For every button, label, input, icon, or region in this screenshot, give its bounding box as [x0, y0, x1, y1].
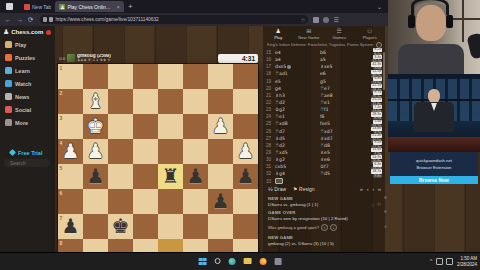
url-bar[interactable]: https://www.chess.com/game/live/10371114…: [40, 15, 308, 24]
black-move[interactable]: ♖xd7: [320, 129, 358, 134]
white-move[interactable]: ♖d2: [275, 143, 320, 148]
piece-white-h4[interactable]: ♟: [62, 139, 80, 164]
square-f6[interactable]: [108, 189, 133, 214]
sidebar-item-puzzles[interactable]: Puzzles: [0, 51, 55, 64]
game-panel: ♟Play⊞New Game☰Games⚇Players King's Indi…: [263, 26, 385, 252]
square-g1[interactable]: [83, 64, 108, 89]
move-time-chip: 9.8s: [373, 174, 382, 178]
black-move[interactable]: ♗xd7: [320, 136, 358, 141]
black-move[interactable]: ♖ae8: [320, 93, 358, 98]
screen: New Tab ♟ Play Chess Online for FREE wit…: [0, 0, 480, 270]
chesscom-logo-icon: ♟: [3, 28, 9, 36]
square-a6[interactable]: [233, 189, 258, 214]
square-e1[interactable]: [133, 64, 158, 89]
first-move-button[interactable]: «: [360, 186, 363, 192]
news-icon: [5, 93, 12, 100]
start-button-icon[interactable]: [199, 258, 207, 266]
games-tab-icon: ☰: [337, 28, 342, 34]
taskbar-date: 2/28/2024: [457, 262, 477, 268]
streamer-torso: [398, 44, 464, 74]
square-c5[interactable]: ♟: [183, 164, 208, 189]
move-row: 16a4a53.4s12.7s: [266, 56, 382, 63]
square-b5[interactable]: [208, 164, 233, 189]
black-move[interactable]: ♖e1: [320, 100, 358, 105]
search-input[interactable]: [4, 159, 50, 167]
sidebar-item-learn[interactable]: Learn: [0, 64, 55, 77]
square-g2[interactable]: ♝: [83, 89, 108, 114]
move-number: 29: [266, 150, 275, 155]
white-move[interactable]: ♖ad1: [275, 71, 320, 76]
new-game-header: NEW GAME: [268, 196, 293, 201]
square-c3[interactable]: [183, 114, 208, 139]
tab-label: Play Chess Online for FREE with...: [67, 4, 113, 10]
white-move[interactable]: ♗g4: [275, 171, 320, 176]
square-d5[interactable]: ♜: [158, 164, 183, 189]
piece-black-h7[interactable]: ♟: [62, 214, 80, 239]
square-c6[interactable]: [183, 189, 208, 214]
square-d3[interactable]: [158, 114, 183, 139]
avatar[interactable]: [67, 54, 75, 62]
square-e3[interactable]: [133, 114, 158, 139]
forward-icon[interactable]: →: [17, 16, 24, 23]
black-move[interactable]: ♖e7: [320, 86, 358, 91]
white-move[interactable]: e5: [275, 79, 320, 84]
rank-label: 6: [60, 190, 63, 196]
thumbs-down-icon[interactable]: ⇩: [330, 224, 337, 231]
draw-button[interactable]: ½ Draw: [268, 186, 286, 192]
square-f3[interactable]: [108, 114, 133, 139]
black-move[interactable]: ♗e5: [320, 150, 358, 155]
white-move[interactable]: ♖d2: [275, 100, 320, 105]
sidebar-item-label: Watch: [15, 81, 31, 87]
shield-icon[interactable]: [43, 17, 47, 22]
edge-icon[interactable]: [228, 258, 235, 265]
sidebar-item-watch[interactable]: Watch: [0, 77, 55, 90]
puzzle-icon: [5, 54, 12, 61]
sidebar-item-label: Social: [15, 107, 31, 113]
sidebar-item-free-trial[interactable]: Free Trial: [5, 146, 42, 159]
move-row: 29♖xd5♗e511.6s7.2s: [266, 149, 382, 156]
panel-tabs: ♟Play⊞New Game☰Games⚇Players: [263, 28, 385, 41]
more-icon: [5, 119, 12, 126]
white-clock: 4:31: [218, 54, 258, 63]
move-row: 23♔g2♖f17.4s19.6s: [266, 106, 382, 113]
move-row: 18♖ad1e612.5s30.2s: [266, 70, 382, 77]
move-number: 16: [266, 57, 275, 62]
sidebar-item-label: Free Trial: [18, 150, 42, 156]
ad-panel: quickpawndash.net Browser Extension: [390, 152, 478, 176]
black-move[interactable]: a5: [320, 57, 358, 62]
move-number: 32: [266, 171, 275, 176]
game-over-line: DSarru won by resignation (10 | 2 Rated): [268, 216, 348, 221]
move-classification-icon: [287, 65, 291, 69]
back-icon[interactable]: ←: [5, 16, 12, 23]
move-list: 15e4b68.2s6.1s16a4a53.4s12.7s17dxe5♗xe54…: [266, 49, 382, 185]
black-move[interactable]: ♖f1: [320, 107, 358, 112]
tab-label: New Tab: [32, 4, 51, 10]
sidebar-item-play[interactable]: Play: [0, 38, 55, 51]
move-row: 24♖e1f628.3s8.9s: [266, 113, 382, 120]
white-move[interactable]: ♖e1: [275, 114, 320, 119]
sidebar-item-social[interactable]: Social: [0, 103, 55, 116]
rank-label: 7: [60, 215, 63, 221]
move-row: 27♗d5♗xd721.4s10.5s: [266, 135, 382, 142]
black-move[interactable]: b6: [320, 50, 358, 55]
good-sport-row: Was gmkoug a good sport? ⇧ ⇩: [268, 224, 337, 231]
square-g4[interactable]: ♟: [83, 139, 108, 164]
move-row: 28♖d2♖d89.1s17.3s: [266, 142, 382, 149]
move-number: 28: [266, 143, 275, 148]
square-g7[interactable]: [83, 214, 108, 239]
headphone-cup: [408, 15, 415, 28]
square-c4[interactable]: [183, 139, 208, 164]
game-controls: ½ Draw ⚑ Resign « ‹ › »: [268, 186, 381, 192]
download-icon[interactable]: ↓: [372, 202, 374, 207]
move-number: 18: [266, 71, 275, 76]
tray-expand-icon[interactable]: ^: [430, 259, 432, 264]
last-move-button[interactable]: »: [378, 186, 381, 192]
bookmark-star-icon[interactable]: ☆: [301, 17, 306, 23]
black-move[interactable]: ♖d5: [320, 171, 358, 176]
streamer-webcam-video: [388, 0, 480, 74]
prev-move-button[interactable]: ‹: [367, 186, 369, 192]
next-move-button[interactable]: ›: [372, 186, 374, 192]
square-h2[interactable]: 2: [58, 89, 83, 114]
reaction-dot-icon: [384, 210, 387, 213]
new-game-tab-icon: ⊞: [306, 28, 311, 34]
square-f5[interactable]: [108, 164, 133, 189]
white-move[interactable]: [275, 178, 320, 185]
move-row: 32♗g4♖d518.7s9.8s: [266, 170, 382, 177]
move-number: 27: [266, 136, 275, 141]
piece-black-c5[interactable]: ♟: [187, 164, 205, 189]
white-move[interactable]: ♔g2: [275, 107, 320, 112]
browser-tab-inactive[interactable]: New Tab: [20, 1, 55, 12]
notification-badge: [46, 30, 51, 35]
piece-white-b3[interactable]: ♟: [212, 114, 230, 139]
piece-white-a4[interactable]: ♟: [237, 139, 255, 164]
square-d1[interactable]: [158, 64, 183, 89]
panel-tab-play[interactable]: ♟Play: [263, 28, 294, 41]
overlay-reactions: 0: [384, 196, 387, 229]
draw-label: Draw: [274, 186, 286, 192]
move-number: 20: [266, 86, 275, 91]
white-move[interactable]: g4: [275, 86, 320, 91]
panel-tab-players[interactable]: ⚇Players: [355, 28, 386, 41]
move-row: 20g4♖e722.1s18.4s: [266, 85, 382, 92]
move-row: 15e4b68.2s6.1s: [266, 49, 382, 56]
white-move[interactable]: ♗g2: [275, 157, 320, 162]
square-h6[interactable]: 6: [58, 189, 83, 214]
volume-icon[interactable]: [446, 258, 453, 265]
microphone-icon: [466, 32, 480, 59]
secondary-video: [388, 74, 480, 152]
url-text[interactable]: https://www.chess.com/game/live/10371114…: [55, 17, 298, 22]
taskbar-icons: [199, 258, 282, 266]
piece-white-g4[interactable]: ♟: [87, 139, 105, 164]
piece-white-g2[interactable]: ♝: [87, 89, 105, 114]
playback-controls: « ‹ › »: [360, 186, 381, 192]
square-d6[interactable]: [158, 189, 183, 214]
panel-tab-games[interactable]: ☰Games: [324, 28, 355, 41]
tab-close-icon[interactable]: ×: [116, 4, 120, 10]
black-move[interactable]: f6: [320, 114, 358, 119]
ad-browse-button[interactable]: Browse Now: [390, 176, 478, 184]
good-sport-question: Was gmkoug a good sport?: [268, 225, 319, 230]
square-g3[interactable]: ♚: [83, 114, 108, 139]
rank-label: 4: [60, 140, 63, 146]
resign-label: Resign: [299, 186, 315, 192]
square-b4[interactable]: [208, 139, 233, 164]
firefox-icon[interactable]: [259, 258, 266, 265]
reaction-dot-icon: [384, 196, 387, 199]
move-row: 21♗h3♖ae89.7s25.3s: [266, 92, 382, 99]
square-d4[interactable]: [158, 139, 183, 164]
sidebar-nav: PlayPuzzlesLearnWatchNewsSocialMore: [0, 38, 55, 129]
match-score: 0.0: [58, 56, 65, 61]
sidebar-item-label: More: [15, 120, 28, 126]
lock-icon: [49, 17, 53, 22]
chesscom-logo[interactable]: ♟ Chess.com: [3, 28, 51, 36]
square-a3[interactable]: [233, 114, 258, 139]
taskbar: ^ 1:50 AM 2/28/2024: [0, 252, 480, 270]
draw-half-icon: ½: [268, 186, 273, 192]
new-game-line[interactable]: DSarru vs. gmkoug (1 | 1): [268, 202, 318, 207]
square-h4[interactable]: ♟4: [58, 139, 83, 164]
black-move[interactable]: ♔f7: [320, 164, 358, 169]
square-h7[interactable]: ♟7: [58, 214, 83, 239]
square-a5[interactable]: ♟: [233, 164, 258, 189]
profile-avatar-icon[interactable]: [323, 17, 329, 23]
move-number: 17: [266, 64, 275, 69]
move-row: 25♖xd8fxe55.6s16.2s: [266, 120, 382, 127]
square-b2[interactable]: [208, 89, 233, 114]
file-explorer-icon[interactable]: [243, 258, 251, 264]
move-number: 21: [266, 93, 275, 98]
guest-face: [428, 89, 440, 103]
square-g5[interactable]: ♟: [83, 164, 108, 189]
square-c7[interactable]: [183, 214, 208, 239]
square-b6[interactable]: ♟: [208, 189, 233, 214]
rank-label: 3: [60, 115, 63, 121]
black-move[interactable]: ♖d8: [320, 143, 358, 148]
desk: [388, 137, 480, 152]
menu-icon[interactable]: ☰: [333, 16, 338, 23]
new-tab-button[interactable]: +: [128, 2, 133, 11]
square-e6[interactable]: [133, 189, 158, 214]
black-move[interactable]: g5: [320, 79, 358, 84]
next-game-line[interactable]: gmkoug (2) vs. DSarru (3) (10 | 5): [268, 241, 334, 246]
system-tray: ^ 1:50 AM 2/28/2024: [430, 256, 477, 267]
game-end-icon: [275, 178, 283, 185]
sidebar-item-label: Play: [15, 42, 26, 48]
move-row: 19e5g56.8s14.6s: [266, 78, 382, 85]
move-number: 22: [266, 100, 275, 105]
app-icon[interactable]: [274, 258, 281, 265]
square-b1[interactable]: [208, 64, 233, 89]
piece-black-a5[interactable]: ♟: [237, 164, 255, 189]
sidebar-item-label: Learn: [15, 68, 30, 74]
social-icon: [5, 106, 12, 113]
new-game-icons: ↓ ⚐: [372, 202, 381, 207]
panel-tab-new-game[interactable]: ⊞New Game: [294, 28, 325, 41]
piece-black-f7[interactable]: ♚: [112, 214, 130, 239]
square-e7[interactable]: [133, 214, 158, 239]
panel-scrollbar[interactable]: [383, 52, 385, 90]
square-a7[interactable]: [233, 214, 258, 239]
piece-white-g3[interactable]: ♚: [87, 114, 105, 139]
square-e4[interactable]: [133, 139, 158, 164]
move-times: 18.7s9.8s: [371, 169, 382, 178]
panel-tab-label: New Game: [298, 35, 319, 40]
square-g6[interactable]: [83, 189, 108, 214]
ad-site-name: quickpawndash.net: [416, 158, 452, 163]
square-d2[interactable]: [158, 89, 183, 114]
square-h5[interactable]: 5: [58, 164, 83, 189]
resign-flag-icon: ⚑: [293, 186, 297, 192]
next-game-header: NEW GAME: [268, 235, 293, 240]
ad-subtitle: Browser Extension: [417, 165, 452, 170]
network-icon[interactable]: [436, 258, 443, 265]
rank-label: 2: [60, 90, 63, 96]
black-move[interactable]: ♗xe5: [320, 64, 358, 69]
rank-label: 1: [60, 65, 63, 71]
move-number: 30: [266, 157, 275, 162]
panel-tab-label: Players: [363, 35, 377, 40]
sidebar-item-label: News: [15, 94, 29, 100]
white-move[interactable]: ♖xd8: [275, 121, 320, 126]
sidebar: ♟ Chess.com PlayPuzzlesLearnWatchNewsSoc…: [0, 26, 55, 252]
taskbar-clock[interactable]: 1:50 AM 2/28/2024: [457, 256, 477, 267]
extension-icon[interactable]: [313, 17, 319, 23]
move-row: 30♗g2♗e614.9s20.8s: [266, 156, 382, 163]
sidebar-item-more[interactable]: More: [0, 116, 55, 129]
thumbs-up-icon[interactable]: ⇧: [321, 224, 328, 231]
square-a2[interactable]: [233, 89, 258, 114]
chess-board[interactable]: 12♝3♚♟♟4♟♟5♟♜♟♟6♟♟7♚8hgfedcba: [58, 64, 258, 264]
sidebar-item-news[interactable]: News: [0, 90, 55, 103]
square-b7[interactable]: [208, 214, 233, 239]
black-move[interactable]: ♗e6: [320, 157, 358, 162]
move-row: 26♖d7♖xd713.8s4.7s: [266, 128, 382, 135]
piece-black-g5[interactable]: ♟: [87, 164, 105, 189]
panel-tab-label: Play: [274, 35, 282, 40]
move-number: 19: [266, 79, 275, 84]
white-move[interactable]: ♗h3: [275, 93, 320, 98]
chesscom-logo-text: Chess.com: [11, 29, 43, 35]
black-move[interactable]: fxe5: [320, 121, 358, 126]
white-move[interactable]: cxb5: [275, 164, 320, 169]
chesscom-favicon: ♟: [59, 4, 65, 10]
players-tab-icon: ⚇: [367, 28, 372, 34]
move-row: 17dxe5♗xe541.3s9.6s: [266, 63, 382, 70]
move-number: 33: [266, 179, 275, 184]
square-h3[interactable]: 3: [58, 114, 83, 139]
move-number: 31: [266, 164, 275, 169]
square-a1[interactable]: [233, 64, 258, 89]
move-number: 15: [266, 50, 275, 55]
panel-tab-label: Games: [333, 35, 347, 40]
square-f7[interactable]: ♚: [108, 214, 133, 239]
captured-pieces: ♟♟♟ ♜ ♝♝ ♞♞ ♛: [77, 58, 111, 63]
piece-black-b6[interactable]: ♟: [212, 189, 230, 214]
reaction-count: 0: [384, 224, 386, 229]
white-move[interactable]: ♗d5: [275, 136, 320, 141]
move-row: 31cxb5♔f76.3s13.1s: [266, 163, 382, 170]
rank-label: 5: [60, 165, 63, 171]
square-e2[interactable]: [133, 89, 158, 114]
browser-tab-active[interactable]: ♟ Play Chess Online for FREE with... ×: [55, 1, 124, 12]
play-tab-icon: ♟: [276, 28, 281, 34]
square-h1[interactable]: 1: [58, 64, 83, 89]
piece-black-d5[interactable]: ♜: [162, 164, 180, 189]
move-number: 26: [266, 129, 275, 134]
headphone-cup: [446, 15, 453, 28]
white-move[interactable]: a4: [275, 57, 320, 62]
top-player-bar: 0.0 gmkoug (2599) ♟♟♟ ♜ ♝♝ ♞♞ ♛ 4:31: [58, 53, 258, 63]
tab-favicon: [24, 4, 30, 10]
knight-icon: [5, 41, 12, 48]
game-over-header: GAME OVER: [268, 210, 295, 215]
move-row: 22♖d2♖e115.2s11.8s: [266, 99, 382, 106]
black-move[interactable]: e6: [320, 71, 358, 76]
white-move[interactable]: dxe5: [275, 64, 320, 69]
white-move[interactable]: e4: [275, 50, 320, 55]
white-move[interactable]: ♖xd5: [275, 150, 320, 155]
diamond-icon: [9, 149, 16, 156]
move-number: 25: [266, 121, 275, 126]
square-c2[interactable]: [183, 89, 208, 114]
move-number: 24: [266, 114, 275, 119]
window-frame: [462, 0, 464, 42]
tab-list-chevron-icon[interactable]: ⌄: [377, 3, 382, 10]
square-e5[interactable]: [133, 164, 158, 189]
square-c1[interactable]: [183, 64, 208, 89]
taskbar-search-icon[interactable]: [214, 258, 220, 264]
reload-icon[interactable]: ⟳: [28, 16, 33, 24]
window-icon: [6, 3, 13, 10]
sidebar-item-label: Puzzles: [15, 55, 35, 61]
settings-icon[interactable]: ⚐: [377, 202, 381, 207]
square-f2[interactable]: [108, 89, 133, 114]
tv-icon: [5, 80, 12, 87]
square-d7[interactable]: [158, 214, 183, 239]
square-f4[interactable]: [108, 139, 133, 164]
resign-button[interactable]: ⚑ Resign: [293, 186, 315, 192]
headphones-icon: [411, 0, 449, 15]
opening-name[interactable]: King's Indian Defense: Fianchetto, Yugos…: [267, 42, 375, 47]
square-a4[interactable]: ♟: [233, 139, 258, 164]
white-move[interactable]: ♖d7: [275, 129, 320, 134]
move-number: 23: [266, 107, 275, 112]
rank-label: 8: [60, 240, 63, 246]
square-f1[interactable]: [108, 64, 133, 89]
move-row: 33: [266, 178, 382, 185]
book-icon: [5, 67, 12, 74]
square-b3[interactable]: ♟: [208, 114, 233, 139]
